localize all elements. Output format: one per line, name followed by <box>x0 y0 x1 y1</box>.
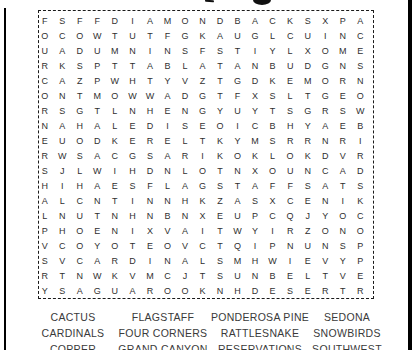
grid-cell-r5c18: R <box>334 74 352 89</box>
grid-cell-r8c17: A <box>316 119 334 134</box>
grid-cell-r5c19: N <box>351 74 369 89</box>
grid-cell-r18c14: B <box>264 269 282 284</box>
grid-cell-r10c12: O <box>229 149 247 164</box>
scan-edge-left <box>4 8 6 350</box>
grid-cell-r15c1: P <box>36 224 54 239</box>
grid-cell-r7c8: E <box>159 104 177 119</box>
grid-cell-r17c13: H <box>246 254 264 269</box>
grid-cell-r19c16: E <box>299 284 317 299</box>
grid-cell-r15c11: T <box>211 224 229 239</box>
grid-cell-r4c2: K <box>54 59 72 74</box>
grid-cell-r15c19: O <box>351 224 369 239</box>
grid-cell-r1c2: S <box>54 14 72 29</box>
grid-cell-r3c14: Y <box>264 44 282 59</box>
grid-cell-r3c18: M <box>334 44 352 59</box>
word-search-grid: FSFFDIAMONDBACKSXPAOCOWTUTFGKAUGLCUINCUA… <box>36 14 369 299</box>
grid-cell-r5c9: V <box>176 74 194 89</box>
grid-cell-r19c9: O <box>176 284 194 299</box>
grid-cell-r10c8: A <box>159 149 177 164</box>
grid-cell-r7c16: G <box>299 104 317 119</box>
grid-cell-r19c3: A <box>71 284 89 299</box>
grid-cell-r15c6: I <box>124 224 142 239</box>
scan-edge-right <box>408 0 412 350</box>
grid-cell-r14c1: L <box>36 209 54 224</box>
grid-cell-r6c7: W <box>141 89 159 104</box>
grid-cell-r13c3: C <box>71 194 89 209</box>
grid-cell-r8c13: C <box>246 119 264 134</box>
grid-cell-r13c12: A <box>229 194 247 209</box>
grid-cell-r1c10: N <box>194 14 212 29</box>
grid-cell-r17c14: W <box>264 254 282 269</box>
grid-cell-r19c18: T <box>334 284 352 299</box>
grid-cell-r6c15: L <box>281 89 299 104</box>
grid-cell-r19c15: S <box>281 284 299 299</box>
grid-cell-r19c8: O <box>159 284 177 299</box>
grid-cell-r3c10: F <box>194 44 212 59</box>
grid-cell-r7c7: H <box>141 104 159 119</box>
grid-cell-r11c11: T <box>211 164 229 179</box>
grid-cell-r9c18: R <box>334 134 352 149</box>
grid-cell-r8c18: E <box>334 119 352 134</box>
grid-cell-r14c2: N <box>54 209 72 224</box>
grid-cell-r1c19: A <box>351 14 369 29</box>
grid-cell-r9c10: T <box>194 134 212 149</box>
grid-cell-r10c19: R <box>351 149 369 164</box>
grid-cell-r4c4: P <box>89 59 107 74</box>
word-grand-canyon: GRAND CANYON <box>98 343 228 350</box>
grid-cell-r8c12: I <box>229 119 247 134</box>
grid-cell-r11c19: D <box>351 164 369 179</box>
grid-cell-r17c2: V <box>54 254 72 269</box>
grid-cell-r12c17: A <box>316 179 334 194</box>
grid-cell-r9c9: L <box>176 134 194 149</box>
grid-cell-r10c9: R <box>176 149 194 164</box>
grid-cell-r15c9: A <box>176 224 194 239</box>
grid-cell-r16c18: S <box>334 239 352 254</box>
grid-cell-r8c16: Y <box>299 119 317 134</box>
grid-cell-r6c13: X <box>246 89 264 104</box>
grid-cell-r4c7: A <box>141 59 159 74</box>
grid-cell-r12c2: I <box>54 179 72 194</box>
grid-cell-r19c10: K <box>194 284 212 299</box>
grid-cell-r12c1: H <box>36 179 54 194</box>
grid-cell-r8c3: H <box>71 119 89 134</box>
grid-cell-r1c4: F <box>89 14 107 29</box>
grid-cell-r8c8: I <box>159 119 177 134</box>
grid-cell-r18c1: R <box>36 269 54 284</box>
grid-cell-r9c2: U <box>54 134 72 149</box>
grid-cell-r19c14: E <box>264 284 282 299</box>
grid-cell-r8c4: A <box>89 119 107 134</box>
grid-cell-r6c2: N <box>54 89 72 104</box>
grid-cell-r2c5: T <box>106 29 124 44</box>
grid-cell-r17c16: E <box>299 254 317 269</box>
grid-cell-r3c6: N <box>124 44 142 59</box>
grid-cell-r5c13: D <box>246 74 264 89</box>
grid-cell-r18c3: N <box>71 269 89 284</box>
grid-cell-r6c3: T <box>71 89 89 104</box>
grid-cell-r10c14: L <box>264 149 282 164</box>
grid-cell-r13c6: I <box>124 194 142 209</box>
grid-cell-r18c18: V <box>334 269 352 284</box>
grid-cell-r19c5: U <box>106 284 124 299</box>
grid-cell-r15c13: Y <box>246 224 264 239</box>
word-rattlesnake: RATTLESNAKE <box>195 327 325 339</box>
grid-cell-r8c7: D <box>141 119 159 134</box>
grid-cell-r15c2: H <box>54 224 72 239</box>
grid-cell-r14c16: J <box>299 209 317 224</box>
grid-cell-r9c11: K <box>211 134 229 149</box>
grid-cell-r18c2: T <box>54 269 72 284</box>
grid-cell-r5c1: C <box>36 74 54 89</box>
grid-cell-r15c4: E <box>89 224 107 239</box>
grid-cell-r18c15: E <box>281 269 299 284</box>
grid-cell-r15c17: O <box>316 224 334 239</box>
grid-cell-r9c4: D <box>89 134 107 149</box>
grid-cell-r6c8: A <box>159 89 177 104</box>
word-sedona: SEDONA <box>282 311 412 323</box>
grid-cell-r15c12: W <box>229 224 247 239</box>
grid-cell-r14c19: C <box>351 209 369 224</box>
word-southwest: SOUTHWEST <box>282 343 412 350</box>
grid-cell-r17c18: Y <box>334 254 352 269</box>
grid-cell-r18c9: J <box>176 269 194 284</box>
grid-cell-r4c16: D <box>299 59 317 74</box>
grid-cell-r12c18: T <box>334 179 352 194</box>
grid-cell-r2c19: C <box>351 29 369 44</box>
grid-cell-r1c1: F <box>36 14 54 29</box>
grid-cell-r4c8: B <box>159 59 177 74</box>
grid-cell-r11c3: L <box>71 164 89 179</box>
grid-cell-r17c11: S <box>211 254 229 269</box>
grid-cell-r8c19: B <box>351 119 369 134</box>
grid-cell-r18c8: C <box>159 269 177 284</box>
grid-cell-r7c13: Y <box>246 104 264 119</box>
grid-cell-r7c12: U <box>229 104 247 119</box>
grid-cell-r14c12: U <box>229 209 247 224</box>
grid-cell-r11c16: N <box>299 164 317 179</box>
grid-cell-r10c18: V <box>334 149 352 164</box>
grid-cell-r2c11: A <box>211 29 229 44</box>
grid-cell-r7c15: S <box>281 104 299 119</box>
grid-cell-r13c11: Z <box>211 194 229 209</box>
grid-cell-r13c17: N <box>316 194 334 209</box>
grid-cell-r16c4: Y <box>89 239 107 254</box>
grid-cell-r9c12: Y <box>229 134 247 149</box>
grid-cell-r4c13: N <box>246 59 264 74</box>
grid-cell-r9c1: E <box>36 134 54 149</box>
grid-cell-r10c16: K <box>299 149 317 164</box>
grid-cell-r14c6: H <box>124 209 142 224</box>
grid-cell-r14c7: N <box>141 209 159 224</box>
grid-cell-r13c7: N <box>141 194 159 209</box>
grid-cell-r10c2: W <box>54 149 72 164</box>
grid-cell-r9c13: M <box>246 134 264 149</box>
grid-cell-r5c11: T <box>211 74 229 89</box>
grid-cell-r1c11: D <box>211 14 229 29</box>
grid-cell-r3c8: N <box>159 44 177 59</box>
grid-cell-r15c5: N <box>106 224 124 239</box>
grid-cell-r17c15: I <box>281 254 299 269</box>
grid-cell-r12c13: A <box>246 179 264 194</box>
grid-cell-r4c5: T <box>106 59 124 74</box>
grid-cell-r14c13: P <box>246 209 264 224</box>
grid-cell-r7c3: G <box>71 104 89 119</box>
grid-cell-r6c17: G <box>316 89 334 104</box>
grid-cell-r12c10: G <box>194 179 212 194</box>
grid-cell-r11c6: H <box>124 164 142 179</box>
grid-cell-r4c18: N <box>334 59 352 74</box>
grid-cell-r4c1: R <box>36 59 54 74</box>
grid-cell-r4c3: S <box>71 59 89 74</box>
grid-cell-r10c1: R <box>36 149 54 164</box>
grid-cell-r13c13: S <box>246 194 264 209</box>
grid-cell-r2c10: K <box>194 29 212 44</box>
grid-cell-r1c8: M <box>159 14 177 29</box>
grid-cell-r16c10: C <box>194 239 212 254</box>
grid-cell-r12c3: H <box>71 179 89 194</box>
grid-cell-r6c11: T <box>211 89 229 104</box>
grid-cell-r3c19: E <box>351 44 369 59</box>
grid-cell-r14c17: Y <box>316 209 334 224</box>
grid-cell-r1c17: X <box>316 14 334 29</box>
grid-cell-r2c3: O <box>71 29 89 44</box>
grid-cell-r17c19: P <box>351 254 369 269</box>
grid-cell-r8c14: B <box>264 119 282 134</box>
grid-cell-r5c16: M <box>299 74 317 89</box>
grid-cell-r2c12: U <box>229 29 247 44</box>
grid-cell-r7c18: S <box>334 104 352 119</box>
grid-cell-r10c10: I <box>194 149 212 164</box>
grid-cell-r2c18: N <box>334 29 352 44</box>
grid-cell-r13c4: N <box>89 194 107 209</box>
grid-cell-r5c2: A <box>54 74 72 89</box>
grid-cell-r3c12: T <box>229 44 247 59</box>
grid-cell-r18c13: N <box>246 269 264 284</box>
grid-cell-r2c17: I <box>316 29 334 44</box>
grid-cell-r16c13: I <box>246 239 264 254</box>
grid-cell-r7c4: T <box>89 104 107 119</box>
grid-cell-r1c12: B <box>229 14 247 29</box>
grid-cell-r19c19: R <box>351 284 369 299</box>
grid-cell-r18c12: U <box>229 269 247 284</box>
grid-cell-r15c7: X <box>141 224 159 239</box>
grid-cell-r10c13: K <box>246 149 264 164</box>
grid-cell-r12c12: T <box>229 179 247 194</box>
grid-cell-r4c14: B <box>264 59 282 74</box>
grid-cell-r12c16: S <box>299 179 317 194</box>
grid-cell-r19c17: R <box>316 284 334 299</box>
grid-cell-r17c17: V <box>316 254 334 269</box>
word-reservations: RESERVATIONS <box>195 343 325 350</box>
grid-cell-r4c6: T <box>124 59 142 74</box>
grid-cell-r11c18: A <box>334 164 352 179</box>
grid-cell-r17c1: S <box>36 254 54 269</box>
grid-cell-r2c6: U <box>124 29 142 44</box>
grid-cell-r5c7: T <box>141 74 159 89</box>
grid-cell-r11c4: W <box>89 164 107 179</box>
clipped-title-mark <box>253 0 271 5</box>
grid-cell-r9c15: R <box>281 134 299 149</box>
grid-cell-r14c18: O <box>334 209 352 224</box>
grid-cell-r5c5: W <box>106 74 124 89</box>
grid-cell-r14c4: T <box>89 209 107 224</box>
grid-cell-r5c12: G <box>229 74 247 89</box>
grid-cell-r3c2: A <box>54 44 72 59</box>
grid-cell-r6c19: O <box>351 89 369 104</box>
grid-cell-r1c6: I <box>124 14 142 29</box>
grid-cell-r8c15: H <box>281 119 299 134</box>
grid-cell-r18c4: W <box>89 269 107 284</box>
grid-cell-r4c15: U <box>281 59 299 74</box>
grid-cell-r17c4: A <box>89 254 107 269</box>
grid-cell-r9c6: E <box>124 134 142 149</box>
grid-cell-r11c17: C <box>316 164 334 179</box>
grid-cell-r18c17: T <box>316 269 334 284</box>
grid-cell-r2c9: G <box>176 29 194 44</box>
grid-cell-r19c11: N <box>211 284 229 299</box>
grid-cell-r2c2: C <box>54 29 72 44</box>
grid-cell-r2c16: U <box>299 29 317 44</box>
grid-cell-r2c14: L <box>264 29 282 44</box>
word-snowbirds: SNOWBIRDS <box>282 327 412 339</box>
grid-cell-r4c12: A <box>229 59 247 74</box>
grid-cell-r9c19: I <box>351 134 369 149</box>
grid-cell-r8c6: E <box>124 119 142 134</box>
grid-cell-r16c15: N <box>281 239 299 254</box>
grid-cell-r3c15: L <box>281 44 299 59</box>
grid-cell-r12c8: L <box>159 179 177 194</box>
grid-cell-r19c6: A <box>124 284 142 299</box>
grid-cell-r14c11: E <box>211 209 229 224</box>
grid-cell-r7c14: T <box>264 104 282 119</box>
grid-cell-r11c8: N <box>159 164 177 179</box>
grid-cell-r13c14: X <box>264 194 282 209</box>
grid-cell-r16c16: U <box>299 239 317 254</box>
grid-cell-r14c8: B <box>159 209 177 224</box>
grid-cell-r1c3: F <box>71 14 89 29</box>
grid-cell-r7c5: L <box>106 104 124 119</box>
grid-cell-r13c5: T <box>106 194 124 209</box>
grid-cell-r3c16: X <box>299 44 317 59</box>
grid-cell-r13c2: L <box>54 194 72 209</box>
grid-cell-r10c11: K <box>211 149 229 164</box>
grid-cell-r10c4: A <box>89 149 107 164</box>
grid-cell-r9c14: S <box>264 134 282 149</box>
grid-cell-r16c14: P <box>264 239 282 254</box>
grid-cell-r17c10: L <box>194 254 212 269</box>
grid-cell-r15c16: Z <box>299 224 317 239</box>
grid-cell-r6c12: F <box>229 89 247 104</box>
grid-cell-r1c5: D <box>106 14 124 29</box>
grid-cell-r19c13: D <box>246 284 264 299</box>
grid-cell-r18c16: L <box>299 269 317 284</box>
grid-cell-r7c6: N <box>124 104 142 119</box>
grid-cell-r12c11: S <box>211 179 229 194</box>
grid-cell-r5c10: Z <box>194 74 212 89</box>
grid-cell-r18c6: V <box>124 269 142 284</box>
grid-cell-r6c16: T <box>299 89 317 104</box>
grid-cell-r8c5: L <box>106 119 124 134</box>
grid-cell-r3c3: D <box>71 44 89 59</box>
grid-cell-r16c2: C <box>54 239 72 254</box>
grid-cell-r19c2: S <box>54 284 72 299</box>
grid-cell-r18c7: M <box>141 269 159 284</box>
grid-cell-r19c7: R <box>141 284 159 299</box>
word-flagstaff: FLAGSTAFF <box>98 311 228 323</box>
grid-cell-r16c8: O <box>159 239 177 254</box>
grid-cell-r9c7: R <box>141 134 159 149</box>
grid-cell-r3c1: U <box>36 44 54 59</box>
grid-cell-r6c6: W <box>124 89 142 104</box>
grid-cell-r16c11: T <box>211 239 229 254</box>
grid-cell-r3c11: S <box>211 44 229 59</box>
grid-cell-r4c17: G <box>316 59 334 74</box>
grid-cell-r13c9: H <box>176 194 194 209</box>
grid-cell-r11c13: X <box>246 164 264 179</box>
grid-cell-r7c11: Y <box>211 104 229 119</box>
grid-cell-r10c5: C <box>106 149 124 164</box>
grid-cell-r17c9: A <box>176 254 194 269</box>
grid-cell-r16c6: T <box>124 239 142 254</box>
grid-cell-r1c15: K <box>281 14 299 29</box>
word-cactus: CACTUS <box>8 311 138 323</box>
grid-cell-r15c10: I <box>194 224 212 239</box>
grid-cell-r16c1: V <box>36 239 54 254</box>
grid-cell-r7c9: N <box>176 104 194 119</box>
grid-cell-r16c17: N <box>316 239 334 254</box>
grid-cell-r5c3: Z <box>71 74 89 89</box>
grid-cell-r14c15: Q <box>281 209 299 224</box>
grid-cell-r17c6: D <box>124 254 142 269</box>
grid-cell-r8c2: A <box>54 119 72 134</box>
grid-cell-r10c17: D <box>316 149 334 164</box>
grid-cell-r13c19: K <box>351 194 369 209</box>
grid-cell-r3c13: I <box>246 44 264 59</box>
grid-cell-r8c1: N <box>36 119 54 134</box>
grid-cell-r16c9: V <box>176 239 194 254</box>
grid-cell-r7c19: W <box>351 104 369 119</box>
grid-cell-r12c7: F <box>141 179 159 194</box>
grid-cell-r15c15: R <box>281 224 299 239</box>
grid-cell-r13c15: C <box>281 194 299 209</box>
grid-cell-r1c18: P <box>334 14 352 29</box>
grid-cell-r1c7: A <box>141 14 159 29</box>
grid-cell-r17c5: R <box>106 254 124 269</box>
grid-cell-r6c9: D <box>176 89 194 104</box>
grid-cell-r12c15: F <box>281 179 299 194</box>
grid-cell-r18c19: E <box>351 269 369 284</box>
grid-cell-r8c10: E <box>194 119 212 134</box>
grid-cell-r1c14: C <box>264 14 282 29</box>
grid-cell-r2c13: G <box>246 29 264 44</box>
grid-cell-r3c7: I <box>141 44 159 59</box>
grid-cell-r18c10: T <box>194 269 212 284</box>
grid-cell-r3c5: M <box>106 44 124 59</box>
grid-cell-r19c12: H <box>229 284 247 299</box>
grid-cell-r11c9: L <box>176 164 194 179</box>
grid-cell-r5c17: O <box>316 74 334 89</box>
grid-cell-r12c4: A <box>89 179 107 194</box>
grid-cell-r16c7: E <box>141 239 159 254</box>
grid-cell-r1c9: O <box>176 14 194 29</box>
grid-cell-r17c8: N <box>159 254 177 269</box>
grid-cell-r11c2: J <box>54 164 72 179</box>
grid-cell-r15c8: V <box>159 224 177 239</box>
grid-cell-r11c7: D <box>141 164 159 179</box>
grid-cell-r18c11: S <box>211 269 229 284</box>
grid-cell-r7c2: S <box>54 104 72 119</box>
